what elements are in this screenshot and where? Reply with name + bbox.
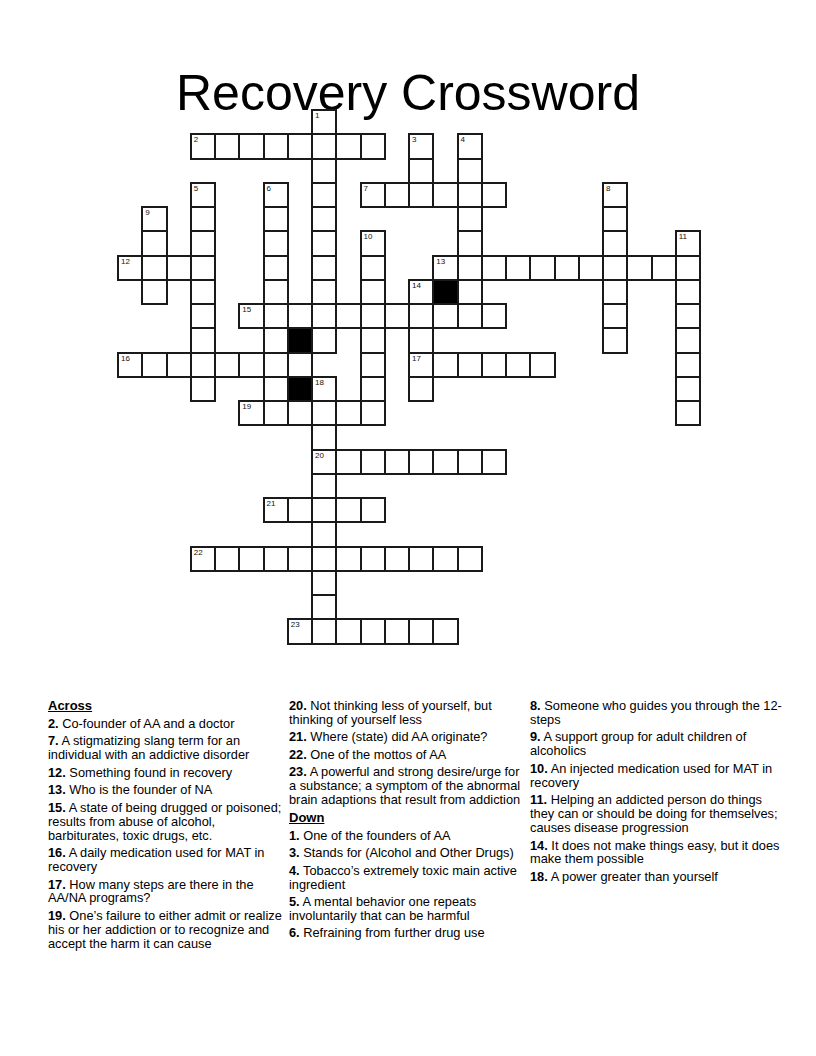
- answer-cell[interactable]: [408, 327, 434, 353]
- clue-number: 15: [242, 305, 251, 315]
- answer-cell[interactable]: [335, 618, 361, 644]
- black-cell: [432, 279, 458, 305]
- clue-number: 2: [194, 135, 198, 145]
- answer-cell[interactable]: [214, 133, 240, 159]
- answer-cell[interactable]: [408, 303, 434, 329]
- answer-cell[interactable]: [360, 546, 386, 572]
- answer-cell[interactable]: [602, 279, 628, 305]
- answer-cell[interactable]: [457, 546, 483, 572]
- clue-number: 13: [436, 257, 445, 267]
- clue-number-label: 6.: [289, 925, 300, 940]
- clue-number-label: 5.: [289, 894, 300, 909]
- crossword-grid: 1234567891011121314151617181920212223: [118, 110, 701, 644]
- answer-cell[interactable]: [432, 352, 458, 378]
- answer-cell[interactable]: [311, 303, 337, 329]
- answer-cell[interactable]: 16: [117, 352, 143, 378]
- answer-cell[interactable]: 10: [360, 230, 386, 256]
- answer-cell[interactable]: 14: [408, 279, 434, 305]
- black-cell: [287, 376, 313, 402]
- answer-cell[interactable]: [360, 376, 386, 402]
- clue-number: 23: [291, 620, 300, 630]
- clue-across-20: 20. Not thinking less of yourself, but t…: [289, 699, 529, 727]
- answer-cell[interactable]: [384, 618, 410, 644]
- clue-number-label: 20.: [289, 698, 307, 713]
- clue-number: 20: [315, 451, 324, 461]
- answer-cell[interactable]: [190, 352, 216, 378]
- clue-number: 10: [364, 232, 373, 242]
- answer-cell[interactable]: [238, 546, 264, 572]
- clue-number-label: 13.: [48, 782, 66, 797]
- clue-number-label: 19.: [48, 908, 66, 923]
- answer-cell[interactable]: [311, 497, 337, 523]
- clue-number-label: 17.: [48, 877, 66, 892]
- answer-cell[interactable]: 3: [408, 133, 434, 159]
- answer-cell[interactable]: [675, 279, 701, 305]
- answer-cell[interactable]: [311, 400, 337, 426]
- answer-cell[interactable]: [360, 327, 386, 353]
- answer-cell[interactable]: [602, 230, 628, 256]
- answer-cell[interactable]: [190, 206, 216, 232]
- clue-across-2: 2. Co-founder of AA and a doctor: [48, 717, 286, 731]
- answer-cell[interactable]: [432, 449, 458, 475]
- answer-cell[interactable]: [335, 546, 361, 572]
- answer-cell[interactable]: [432, 303, 458, 329]
- answer-cell[interactable]: [675, 352, 701, 378]
- clue-number-label: 10.: [530, 761, 548, 776]
- clue-number-label: 22.: [289, 747, 307, 762]
- clue-column-middle: 20. Not thinking less of yourself, but t…: [289, 699, 529, 944]
- answer-cell[interactable]: [287, 303, 313, 329]
- answer-cell[interactable]: [457, 230, 483, 256]
- answer-cell[interactable]: [190, 279, 216, 305]
- answer-cell[interactable]: [335, 133, 361, 159]
- answer-cell[interactable]: [432, 182, 458, 208]
- answer-cell[interactable]: [408, 546, 434, 572]
- clue-column-down: 8. Someone who guides you through the 12…: [530, 699, 784, 887]
- answer-cell[interactable]: [311, 230, 337, 256]
- answer-cell[interactable]: [481, 303, 507, 329]
- answer-cell[interactable]: [311, 279, 337, 305]
- answer-cell[interactable]: [360, 449, 386, 475]
- clue-number-label: 9.: [530, 729, 541, 744]
- answer-cell[interactable]: [384, 303, 410, 329]
- clue-down-11: 11. Helping an addicted person do things…: [530, 793, 784, 835]
- clue-down-6: 6. Refraining from further drug use: [289, 926, 529, 940]
- answer-cell[interactable]: [602, 206, 628, 232]
- clue-number-label: 8.: [530, 698, 541, 713]
- clue-across-21: 21. Where (state) did AA originate?: [289, 730, 529, 744]
- answer-cell[interactable]: [408, 618, 434, 644]
- clue-across-17: 17. How many steps are there in the AA/N…: [48, 878, 286, 906]
- answer-cell[interactable]: [335, 400, 361, 426]
- answer-cell[interactable]: 5: [190, 182, 216, 208]
- clue-number-label: 3.: [289, 845, 300, 860]
- section-header-down: Down: [289, 811, 529, 825]
- answer-cell[interactable]: [287, 546, 313, 572]
- answer-cell[interactable]: [238, 352, 264, 378]
- answer-cell[interactable]: 22: [190, 546, 216, 572]
- answer-cell[interactable]: [675, 255, 701, 281]
- answer-cell[interactable]: 2: [190, 133, 216, 159]
- clue-number-label: 12.: [48, 765, 66, 780]
- clue-number: 18: [315, 378, 324, 388]
- answer-cell[interactable]: [602, 303, 628, 329]
- answer-cell[interactable]: [311, 570, 337, 596]
- clue-across-22: 22. One of the mottos of AA: [289, 748, 529, 762]
- answer-cell[interactable]: 19: [238, 400, 264, 426]
- answer-cell[interactable]: 13: [432, 255, 458, 281]
- answer-cell[interactable]: [214, 546, 240, 572]
- answer-cell[interactable]: [360, 497, 386, 523]
- clue-down-10: 10. An injected medication used for MAT …: [530, 762, 784, 790]
- answer-cell[interactable]: 6: [263, 182, 289, 208]
- crossword-page: Recovery Crossword 123456789101112131415…: [0, 0, 816, 1056]
- answer-cell[interactable]: [384, 182, 410, 208]
- clue-number-label: 14.: [530, 838, 548, 853]
- answer-cell[interactable]: [457, 449, 483, 475]
- answer-cell[interactable]: [360, 255, 386, 281]
- clue-down-8: 8. Someone who guides you through the 12…: [530, 699, 784, 727]
- answer-cell[interactable]: [287, 400, 313, 426]
- clue-number: 22: [194, 548, 203, 558]
- answer-cell[interactable]: [263, 376, 289, 402]
- answer-cell[interactable]: [214, 352, 240, 378]
- answer-cell[interactable]: [481, 255, 507, 281]
- answer-cell[interactable]: [457, 303, 483, 329]
- answer-cell[interactable]: 11: [675, 230, 701, 256]
- clue-number-label: 1.: [289, 828, 300, 843]
- answer-cell[interactable]: [263, 352, 289, 378]
- answer-cell[interactable]: [360, 133, 386, 159]
- answer-cell[interactable]: [335, 449, 361, 475]
- clue-number: 11: [679, 232, 687, 242]
- answer-cell[interactable]: [287, 133, 313, 159]
- answer-cell[interactable]: [408, 158, 434, 184]
- answer-cell[interactable]: [141, 352, 167, 378]
- answer-cell[interactable]: [141, 230, 167, 256]
- answer-cell[interactable]: [675, 303, 701, 329]
- clue-number-label: 21.: [289, 729, 307, 744]
- answer-cell[interactable]: [457, 279, 483, 305]
- answer-cell[interactable]: 17: [408, 352, 434, 378]
- answer-cell[interactable]: [408, 449, 434, 475]
- answer-cell[interactable]: [311, 327, 337, 353]
- answer-cell[interactable]: [311, 182, 337, 208]
- answer-cell[interactable]: [602, 327, 628, 353]
- answer-cell[interactable]: 18: [311, 376, 337, 402]
- answer-cell[interactable]: [335, 303, 361, 329]
- answer-cell[interactable]: [335, 497, 361, 523]
- answer-cell[interactable]: 21: [263, 497, 289, 523]
- answer-cell[interactable]: [263, 400, 289, 426]
- answer-cell[interactable]: [675, 400, 701, 426]
- answer-cell[interactable]: [554, 255, 580, 281]
- clue-number: 1: [315, 111, 319, 121]
- clue-number: 4: [461, 135, 465, 145]
- answer-cell[interactable]: [457, 255, 483, 281]
- answer-cell[interactable]: [457, 158, 483, 184]
- clue-across-23: 23. A powerful and strong desire/urge fo…: [289, 765, 529, 807]
- answer-cell[interactable]: [311, 424, 337, 450]
- clue-number-label: 4.: [289, 863, 300, 878]
- answer-cell[interactable]: [141, 279, 167, 305]
- answer-cell[interactable]: [311, 133, 337, 159]
- answer-cell[interactable]: [505, 255, 531, 281]
- answer-cell[interactable]: 1: [311, 109, 337, 135]
- clue-number: 19: [242, 402, 251, 412]
- answer-cell[interactable]: [384, 546, 410, 572]
- clue-number: 12: [121, 257, 130, 267]
- clue-down-18: 18. A power greater than yourself: [530, 870, 784, 884]
- clue-number-label: 11.: [530, 792, 547, 807]
- answer-cell[interactable]: [481, 352, 507, 378]
- answer-cell[interactable]: [457, 352, 483, 378]
- clue-across-13: 13. Who is the founder of NA: [48, 783, 286, 797]
- answer-cell[interactable]: [287, 497, 313, 523]
- clue-number: 16: [121, 354, 130, 364]
- clue-down-5: 5. A mental behavior one repeats involun…: [289, 895, 529, 923]
- answer-cell[interactable]: [311, 473, 337, 499]
- answer-cell[interactable]: [360, 279, 386, 305]
- answer-cell[interactable]: [626, 255, 652, 281]
- answer-cell[interactable]: [675, 327, 701, 353]
- answer-cell[interactable]: [408, 376, 434, 402]
- answer-cell[interactable]: [505, 352, 531, 378]
- answer-cell[interactable]: [675, 376, 701, 402]
- clue-number: 14: [412, 281, 421, 291]
- clue-number: 9: [145, 208, 149, 218]
- answer-cell[interactable]: 12: [117, 255, 143, 281]
- answer-cell[interactable]: [651, 255, 677, 281]
- answer-cell[interactable]: [190, 303, 216, 329]
- clue-number-label: 7.: [48, 733, 59, 748]
- clue-number-label: 15.: [48, 800, 66, 815]
- answer-cell[interactable]: [432, 546, 458, 572]
- answer-cell[interactable]: [602, 255, 628, 281]
- clue-number: 5: [194, 184, 198, 194]
- clue-number: 3: [412, 135, 416, 145]
- clue-across-16: 16. A daily medication used for MAT in r…: [48, 846, 286, 874]
- clue-down-14: 14. It does not make things easy, but it…: [530, 839, 784, 867]
- clue-down-4: 4. Tobacco’s extremely toxic main active…: [289, 864, 529, 892]
- clue-number-label: 23.: [289, 764, 307, 779]
- answer-cell[interactable]: [360, 352, 386, 378]
- answer-cell[interactable]: [311, 546, 337, 572]
- answer-cell[interactable]: [481, 182, 507, 208]
- answer-cell[interactable]: 7: [360, 182, 386, 208]
- black-cell: [287, 327, 313, 353]
- clue-down-9: 9. A support group for adult children of…: [530, 730, 784, 758]
- answer-cell[interactable]: [141, 255, 167, 281]
- answer-cell[interactable]: [263, 255, 289, 281]
- answer-cell[interactable]: [263, 546, 289, 572]
- answer-cell[interactable]: [529, 255, 555, 281]
- answer-cell[interactable]: 20: [311, 449, 337, 475]
- answer-cell[interactable]: [360, 303, 386, 329]
- answer-cell[interactable]: [263, 230, 289, 256]
- answer-cell[interactable]: [190, 255, 216, 281]
- answer-cell[interactable]: [166, 352, 192, 378]
- answer-cell[interactable]: [190, 230, 216, 256]
- answer-cell[interactable]: [311, 255, 337, 281]
- answer-cell[interactable]: [263, 206, 289, 232]
- answer-cell[interactable]: [408, 182, 434, 208]
- clue-across-12: 12. Something found in recovery: [48, 766, 286, 780]
- answer-cell[interactable]: [287, 352, 313, 378]
- answer-cell[interactable]: [384, 449, 410, 475]
- clue-number: 17: [412, 354, 421, 364]
- clue-across-19: 19. One’s failure to either admit or rea…: [48, 909, 286, 951]
- answer-cell[interactable]: [166, 255, 192, 281]
- answer-cell[interactable]: [360, 400, 386, 426]
- answer-cell[interactable]: [190, 327, 216, 353]
- answer-cell[interactable]: [529, 352, 555, 378]
- answer-cell[interactable]: [432, 618, 458, 644]
- answer-cell[interactable]: [457, 182, 483, 208]
- clue-across-7: 7. A stigmatizing slang term for an indi…: [48, 734, 286, 762]
- answer-cell[interactable]: 4: [457, 133, 483, 159]
- answer-cell[interactable]: [263, 327, 289, 353]
- clue-number: 6: [267, 184, 271, 194]
- answer-cell[interactable]: [238, 133, 264, 159]
- clue-number: 8: [606, 184, 610, 194]
- clue-number-label: 2.: [48, 716, 59, 731]
- answer-cell[interactable]: [311, 618, 337, 644]
- answer-cell[interactable]: [311, 521, 337, 547]
- answer-cell[interactable]: 8: [602, 182, 628, 208]
- answer-cell[interactable]: [311, 594, 337, 620]
- clue-number-label: 16.: [48, 845, 66, 860]
- answer-cell[interactable]: [190, 376, 216, 402]
- clue-number-label: 18.: [530, 869, 548, 884]
- answer-cell[interactable]: [263, 303, 289, 329]
- answer-cell[interactable]: [578, 255, 604, 281]
- answer-cell[interactable]: [263, 279, 289, 305]
- answer-cell[interactable]: [311, 158, 337, 184]
- clue-across-15: 15. A state of being drugged or poisoned…: [48, 801, 286, 843]
- answer-cell[interactable]: 9: [141, 206, 167, 232]
- answer-cell[interactable]: [263, 133, 289, 159]
- answer-cell[interactable]: [457, 206, 483, 232]
- clue-down-3: 3. Stands for (Alcohol and Other Drugs): [289, 846, 529, 860]
- answer-cell[interactable]: 23: [287, 618, 313, 644]
- section-header-across: Across: [48, 699, 286, 713]
- answer-cell[interactable]: [481, 449, 507, 475]
- answer-cell[interactable]: [311, 206, 337, 232]
- answer-cell[interactable]: [360, 618, 386, 644]
- clue-number: 7: [364, 184, 368, 194]
- clue-column-across: Across2. Co-founder of AA and a doctor7.…: [48, 699, 286, 954]
- clue-number: 21: [267, 499, 276, 509]
- answer-cell[interactable]: 15: [238, 303, 264, 329]
- clue-down-1: 1. One of the founders of AA: [289, 829, 529, 843]
